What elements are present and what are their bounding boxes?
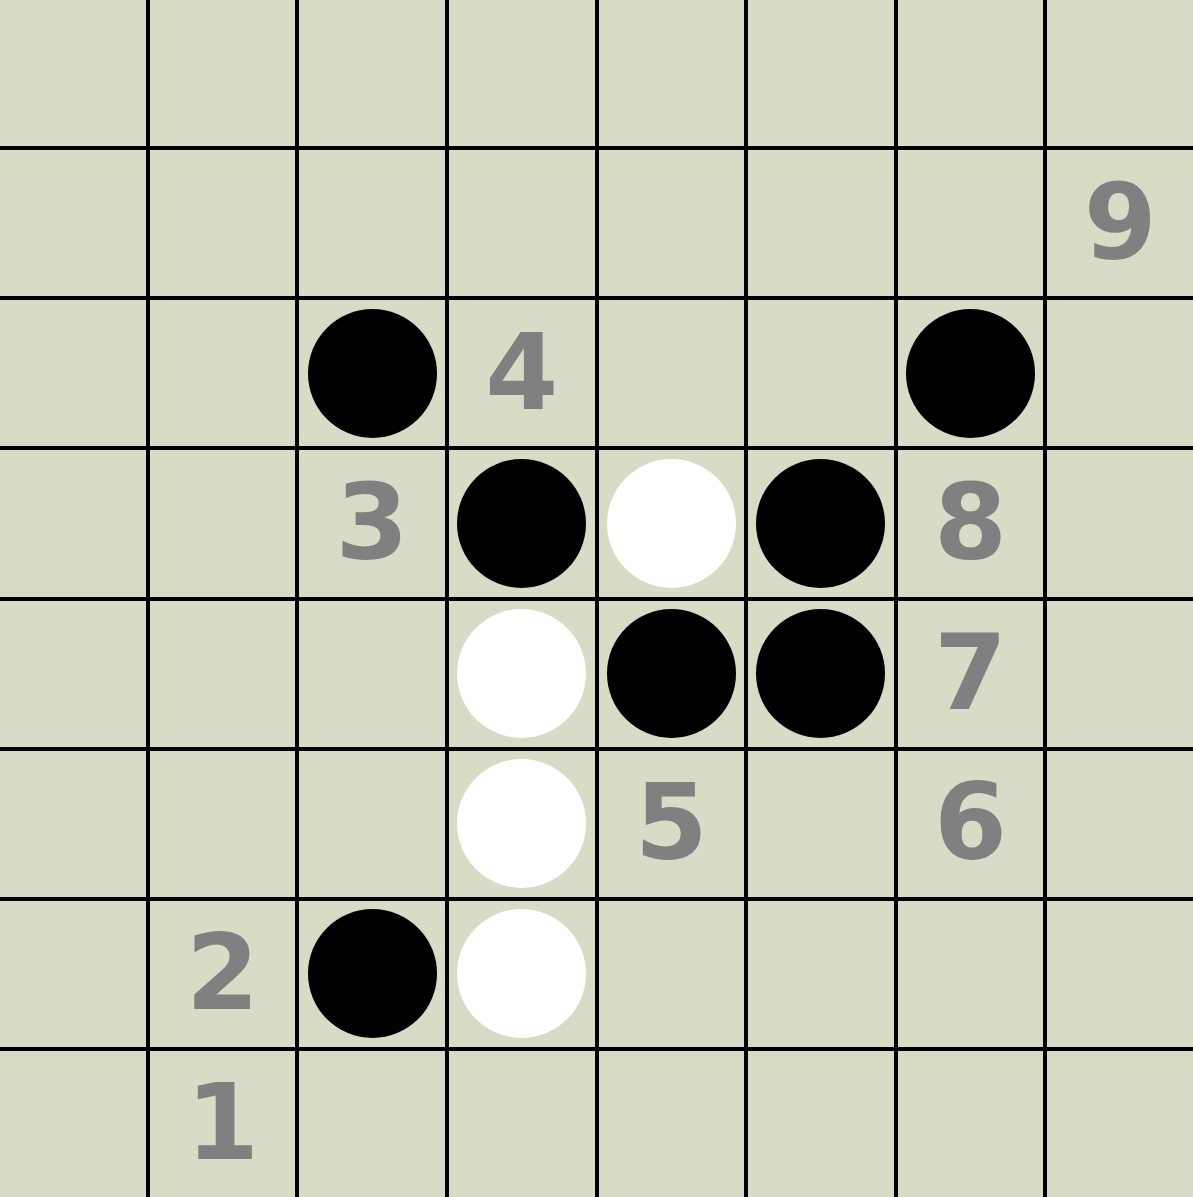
cell-r3c4[interactable] (599, 450, 745, 596)
cell-r6c7[interactable] (1047, 901, 1193, 1047)
cell-r0c6[interactable] (898, 0, 1044, 146)
cell-r2c2[interactable] (299, 300, 445, 446)
cell-r6c5[interactable] (748, 901, 894, 1047)
cell-r7c4[interactable] (599, 1051, 745, 1197)
cell-r4c0[interactable] (0, 601, 146, 747)
cell-r5c2[interactable] (299, 751, 445, 897)
cell-r5c3[interactable] (449, 751, 595, 897)
cell-r7c5[interactable] (748, 1051, 894, 1197)
cell-r5c1[interactable] (150, 751, 296, 897)
cell-r2c4[interactable] (599, 300, 745, 446)
cell-r1c5[interactable] (748, 150, 894, 296)
cell-r0c5[interactable] (748, 0, 894, 146)
move-label-3: 3 (336, 471, 409, 576)
cell-r1c2[interactable] (299, 150, 445, 296)
cell-r2c1[interactable] (150, 300, 296, 446)
cell-r2c6[interactable] (898, 300, 1044, 446)
cell-r6c4[interactable] (599, 901, 745, 1047)
move-label-1: 1 (186, 1071, 259, 1176)
move-label-6: 6 (934, 771, 1007, 876)
cell-r1c4[interactable] (599, 150, 745, 296)
cell-r3c1[interactable] (150, 450, 296, 596)
move-label-4: 4 (485, 321, 558, 426)
cell-r0c7[interactable] (1047, 0, 1193, 146)
black-stone (756, 609, 885, 738)
cell-r1c1[interactable] (150, 150, 296, 296)
white-stone (457, 759, 586, 888)
cell-r7c1[interactable]: 1 (150, 1051, 296, 1197)
cell-r3c2[interactable]: 3 (299, 450, 445, 596)
cell-r4c5[interactable] (748, 601, 894, 747)
black-stone (308, 909, 437, 1038)
cell-r1c7[interactable]: 9 (1047, 150, 1193, 296)
cell-r4c6[interactable]: 7 (898, 601, 1044, 747)
cell-r3c0[interactable] (0, 450, 146, 596)
cell-r1c6[interactable] (898, 150, 1044, 296)
board: 943875621 (0, 0, 1193, 1197)
cell-r2c3[interactable]: 4 (449, 300, 595, 446)
cell-r0c1[interactable] (150, 0, 296, 146)
cell-r7c3[interactable] (449, 1051, 595, 1197)
cell-r6c3[interactable] (449, 901, 595, 1047)
cell-r2c5[interactable] (748, 300, 894, 446)
cell-r6c6[interactable] (898, 901, 1044, 1047)
cell-r4c3[interactable] (449, 601, 595, 747)
cell-r5c7[interactable] (1047, 751, 1193, 897)
white-stone (457, 609, 586, 738)
cell-r0c2[interactable] (299, 0, 445, 146)
cell-r3c5[interactable] (748, 450, 894, 596)
cell-r6c1[interactable]: 2 (150, 901, 296, 1047)
cell-r0c0[interactable] (0, 0, 146, 146)
white-stone (457, 909, 586, 1038)
cell-r2c7[interactable] (1047, 300, 1193, 446)
black-stone (756, 459, 885, 588)
cell-r0c4[interactable] (599, 0, 745, 146)
cell-r6c0[interactable] (0, 901, 146, 1047)
cell-r5c0[interactable] (0, 751, 146, 897)
black-stone (607, 609, 736, 738)
move-label-5: 5 (635, 771, 708, 876)
cell-r7c7[interactable] (1047, 1051, 1193, 1197)
cell-r3c3[interactable] (449, 450, 595, 596)
cell-r0c3[interactable] (449, 0, 595, 146)
cell-r5c4[interactable]: 5 (599, 751, 745, 897)
cell-r5c6[interactable]: 6 (898, 751, 1044, 897)
cell-r7c0[interactable] (0, 1051, 146, 1197)
cell-r3c6[interactable]: 8 (898, 450, 1044, 596)
cell-r5c5[interactable] (748, 751, 894, 897)
move-label-8: 8 (934, 471, 1007, 576)
move-label-7: 7 (934, 621, 1007, 726)
white-stone (607, 459, 736, 588)
cell-r4c7[interactable] (1047, 601, 1193, 747)
black-stone (457, 459, 586, 588)
move-label-9: 9 (1084, 171, 1157, 276)
cell-r6c2[interactable] (299, 901, 445, 1047)
cell-r7c2[interactable] (299, 1051, 445, 1197)
black-stone (308, 309, 437, 438)
cell-r4c2[interactable] (299, 601, 445, 747)
black-stone (906, 309, 1035, 438)
cell-r4c1[interactable] (150, 601, 296, 747)
cell-r3c7[interactable] (1047, 450, 1193, 596)
cell-r1c3[interactable] (449, 150, 595, 296)
cell-r7c6[interactable] (898, 1051, 1044, 1197)
cell-r1c0[interactable] (0, 150, 146, 296)
move-label-2: 2 (186, 921, 259, 1026)
cell-r2c0[interactable] (0, 300, 146, 446)
cell-r4c4[interactable] (599, 601, 745, 747)
